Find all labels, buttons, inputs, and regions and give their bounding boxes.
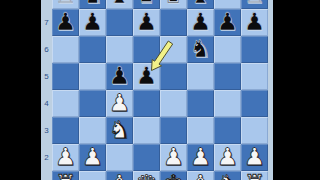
square-b6[interactable] bbox=[79, 36, 106, 63]
square-h4[interactable] bbox=[241, 90, 268, 117]
rank-label-6: 6 bbox=[41, 36, 52, 63]
square-a6[interactable] bbox=[52, 36, 79, 63]
piece-black-pawn-f7[interactable]: ♟ bbox=[187, 9, 214, 36]
piece-white-pawn-g2[interactable]: ♟ bbox=[214, 144, 241, 171]
piece-white-pawn-f2[interactable]: ♟ bbox=[187, 144, 214, 171]
piece-white-bishop-f1[interactable]: ♝ bbox=[187, 171, 214, 180]
piece-white-pawn-e2[interactable]: ♟ bbox=[160, 144, 187, 171]
square-f3[interactable] bbox=[187, 117, 214, 144]
square-h3[interactable] bbox=[241, 117, 268, 144]
square-f4[interactable] bbox=[187, 90, 214, 117]
square-c2[interactable] bbox=[106, 144, 133, 171]
rank-label-4: 4 bbox=[41, 90, 52, 117]
square-h5[interactable] bbox=[241, 63, 268, 90]
square-b3[interactable] bbox=[79, 117, 106, 144]
square-g5[interactable] bbox=[214, 63, 241, 90]
piece-white-pawn-c4[interactable]: ♟ bbox=[106, 90, 133, 117]
rank-label-7: 7 bbox=[41, 9, 52, 36]
piece-black-pawn-h7[interactable]: ♟ bbox=[241, 9, 268, 36]
piece-black-king-e8[interactable]: ♚ bbox=[160, 0, 187, 9]
square-b1[interactable] bbox=[79, 171, 106, 180]
rank-label-1: 1 bbox=[41, 171, 52, 180]
piece-black-pawn-d5[interactable]: ♟ bbox=[133, 63, 160, 90]
piece-black-bishop-c8[interactable]: ♝ bbox=[106, 0, 133, 9]
square-d6[interactable] bbox=[133, 36, 160, 63]
piece-black-pawn-b7[interactable]: ♟ bbox=[79, 9, 106, 36]
rank-label-5: 5 bbox=[41, 63, 52, 90]
rank-label-8: 8 bbox=[41, 0, 52, 9]
piece-black-pawn-a7[interactable]: ♟ bbox=[52, 9, 79, 36]
square-d4[interactable] bbox=[133, 90, 160, 117]
square-e3[interactable] bbox=[160, 117, 187, 144]
piece-white-rook-h1[interactable]: ♜ bbox=[241, 171, 268, 180]
square-h6[interactable] bbox=[241, 36, 268, 63]
piece-black-pawn-c5[interactable]: ♟ bbox=[106, 63, 133, 90]
piece-black-knight-f6[interactable]: ♞ bbox=[187, 36, 214, 63]
square-e5[interactable] bbox=[160, 63, 187, 90]
square-e4[interactable] bbox=[160, 90, 187, 117]
square-e6[interactable] bbox=[160, 36, 187, 63]
right-frame-edge bbox=[268, 0, 273, 180]
rank-label-2: 2 bbox=[41, 144, 52, 171]
square-g3[interactable] bbox=[214, 117, 241, 144]
piece-white-queen-d1[interactable]: ♛ bbox=[133, 171, 160, 180]
square-e7[interactable] bbox=[160, 9, 187, 36]
piece-white-pawn-b2[interactable]: ♟ bbox=[79, 144, 106, 171]
piece-white-pawn-a2[interactable]: ♟ bbox=[52, 144, 79, 171]
square-g4[interactable] bbox=[214, 90, 241, 117]
square-b5[interactable] bbox=[79, 63, 106, 90]
square-a3[interactable] bbox=[52, 117, 79, 144]
square-b4[interactable] bbox=[79, 90, 106, 117]
square-c7[interactable] bbox=[106, 9, 133, 36]
square-d3[interactable] bbox=[133, 117, 160, 144]
piece-black-pawn-g7[interactable]: ♟ bbox=[214, 9, 241, 36]
chess-diagram: 87654321 ♜♞♝♛♚♝♜♟♟♟♟♟♟♞♟♟♟♞♟♟♟♟♟♟♜♝♛♚♝♞♜ bbox=[0, 0, 320, 180]
chessboard[interactable]: ♜♞♝♛♚♝♜♟♟♟♟♟♟♞♟♟♟♞♟♟♟♟♟♟♜♝♛♚♝♞♜ bbox=[52, 0, 268, 180]
piece-white-knight-c3[interactable]: ♞ bbox=[106, 117, 133, 144]
piece-white-pawn-h2[interactable]: ♟ bbox=[241, 144, 268, 171]
piece-white-rook-a1[interactable]: ♜ bbox=[52, 171, 79, 180]
piece-white-king-e1[interactable]: ♚ bbox=[160, 171, 187, 180]
square-f5[interactable] bbox=[187, 63, 214, 90]
piece-white-knight-g1[interactable]: ♞ bbox=[214, 171, 241, 180]
board-frame: 87654321 ♜♞♝♛♚♝♜♟♟♟♟♟♟♞♟♟♟♞♟♟♟♟♟♟♜♝♛♚♝♞♜ bbox=[41, 0, 273, 180]
rank-coordinate-strip: 87654321 bbox=[41, 0, 52, 180]
piece-white-bishop-c1[interactable]: ♝ bbox=[106, 171, 133, 180]
square-a5[interactable] bbox=[52, 63, 79, 90]
square-d2[interactable] bbox=[133, 144, 160, 171]
square-c6[interactable] bbox=[106, 36, 133, 63]
rank-label-3: 3 bbox=[41, 117, 52, 144]
piece-black-pawn-d7[interactable]: ♟ bbox=[133, 9, 160, 36]
square-a4[interactable] bbox=[52, 90, 79, 117]
square-g6[interactable] bbox=[214, 36, 241, 63]
